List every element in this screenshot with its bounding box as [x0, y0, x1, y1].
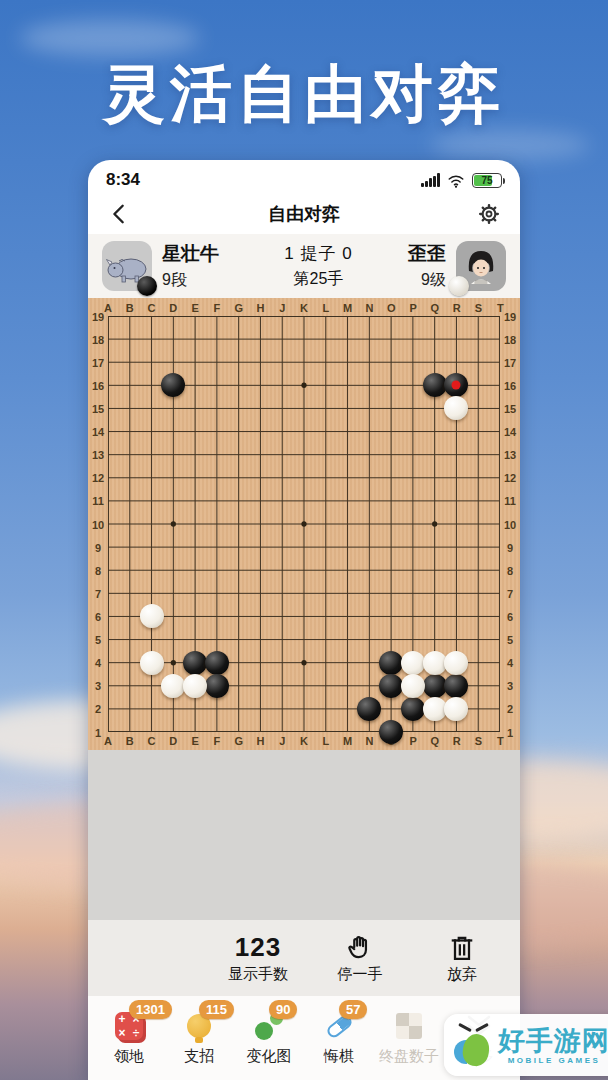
coord-label: J: [271, 300, 293, 316]
coord-label: K: [293, 300, 315, 316]
coord-label: 1: [89, 721, 107, 744]
stone-white-R2: [444, 697, 468, 721]
stone-white-C6: [140, 604, 164, 628]
board-col-labels-bottom: ABCDEFGHJKLMNOPQRST: [97, 733, 511, 749]
stone-white-C4: [140, 651, 164, 675]
toolbar-item-final-count: 终盘数子: [377, 1010, 441, 1066]
move-number: 第25手: [294, 269, 344, 290]
coord-label: S: [468, 300, 490, 316]
coord-label: R: [446, 300, 468, 316]
variation-diagram-icon: 90: [253, 1010, 285, 1042]
toolbar-label-variation: 变化图: [247, 1047, 292, 1066]
signal-icon: [421, 173, 440, 187]
white-player-rank: 9级: [408, 270, 446, 291]
coord-label: 14: [501, 421, 519, 444]
hand-icon: [346, 932, 374, 962]
board-lower-spacer: [88, 750, 520, 920]
coord-label: 4: [89, 652, 107, 675]
watermark-subtext: MOBILE GAMES: [508, 1056, 601, 1065]
hero-title: 灵活自由对弈: [0, 52, 608, 136]
player-bar: 星壮牛 9段 1 提子 0 第25手 歪歪 9级: [88, 234, 520, 298]
stone-black-Q16: [423, 373, 447, 397]
nav-bar: 自由对弈: [88, 194, 520, 234]
back-button[interactable]: [104, 199, 134, 229]
stone-black-Q3: [423, 674, 447, 698]
coord-label: K: [293, 733, 315, 749]
coord-label: 3: [89, 675, 107, 698]
coord-label: 10: [89, 513, 107, 536]
coord-label: 18: [89, 328, 107, 351]
stone-white-Q4: [423, 651, 447, 675]
trash-icon: [449, 932, 475, 962]
coord-label: 12: [89, 467, 107, 490]
coord-label: 3: [501, 675, 519, 698]
coord-label: P: [402, 300, 424, 316]
black-stone-badge: [137, 276, 157, 296]
cloud: [20, 20, 200, 56]
coord-label: 1: [501, 721, 519, 744]
pass-button[interactable]: 停一手: [328, 932, 392, 984]
coord-label: 15: [501, 397, 519, 420]
pass-label: 停一手: [338, 965, 383, 984]
page-title: 自由对弈: [88, 202, 520, 226]
stone-white-R15: [444, 396, 468, 420]
show-move-numbers-label: 显示手数: [228, 965, 288, 984]
coord-label: C: [141, 733, 163, 749]
badge-hint: 115: [199, 1000, 234, 1019]
coord-label: 7: [89, 582, 107, 605]
toolbar-item-territory[interactable]: +××÷1301领地: [97, 1010, 161, 1066]
move-numbers-icon: 123: [235, 932, 281, 962]
board-grid[interactable]: [108, 316, 500, 732]
coord-label: 2: [501, 698, 519, 721]
board-row-labels-left: 19181716151413121110987654321: [89, 305, 107, 744]
coord-label: 11: [501, 490, 519, 513]
stone-black-O3: [379, 674, 403, 698]
coord-label: D: [162, 733, 184, 749]
coord-label: B: [119, 300, 141, 316]
coord-label: 5: [501, 629, 519, 652]
coord-label: 11: [89, 490, 107, 513]
coord-label: N: [359, 733, 381, 749]
badge-undo: 57: [339, 1000, 367, 1019]
coord-label: 16: [501, 374, 519, 397]
stone-black-R3: [444, 674, 468, 698]
coord-label: N: [359, 300, 381, 316]
stone-white-R4: [444, 651, 468, 675]
coord-label: D: [162, 300, 184, 316]
coord-label: 8: [501, 559, 519, 582]
toolbar-label-territory: 领地: [114, 1047, 144, 1066]
coord-label: 12: [501, 467, 519, 490]
coord-label: 16: [89, 374, 107, 397]
stone-black-O1: [379, 720, 403, 744]
coord-label: E: [184, 300, 206, 316]
coord-label: 10: [501, 513, 519, 536]
white-player-avatar: [456, 241, 506, 291]
phone-frame: 8:34 75 自由对弈: [88, 160, 520, 1080]
hint-bulb-icon: 115: [183, 1010, 215, 1042]
coord-label: 8: [89, 559, 107, 582]
screenshot-stage: 灵活自由对弈 8:34 75: [0, 0, 608, 1080]
toolbar-item-undo[interactable]: 57悔棋: [307, 1010, 371, 1066]
stone-white-P4: [401, 651, 425, 675]
coord-label: 6: [89, 605, 107, 628]
stone-black-F3: [205, 674, 229, 698]
coord-label: 6: [501, 605, 519, 628]
coord-label: L: [315, 300, 337, 316]
coord-label: 9: [501, 536, 519, 559]
coord-label: C: [141, 300, 163, 316]
wifi-icon: [447, 173, 465, 188]
white-player-name: 歪歪: [408, 241, 446, 267]
coord-label: J: [271, 733, 293, 749]
stone-black-R16: [444, 373, 468, 397]
board-row-labels-right: 19181716151413121110987654321: [501, 305, 519, 744]
count-grid-icon: [393, 1010, 425, 1042]
toolbar-item-variation[interactable]: 90变化图: [237, 1010, 301, 1066]
coord-label: 4: [501, 652, 519, 675]
coord-label: O: [380, 300, 402, 316]
badge-variation: 90: [269, 1000, 297, 1019]
resign-label: 放弃: [447, 965, 477, 984]
board-col-labels-top: ABCDEFGHJKLMNOPQRST: [97, 300, 511, 316]
toolbar-label-final-count: 终盘数子: [379, 1047, 439, 1066]
coord-label: 15: [89, 397, 107, 420]
coord-label: 19: [89, 305, 107, 328]
toolbar-label-undo: 悔棋: [324, 1047, 354, 1066]
battery-percent: 75: [473, 175, 501, 186]
toolbar-item-hint[interactable]: 115支招: [167, 1010, 231, 1066]
coord-label: 9: [89, 536, 107, 559]
coord-label: 17: [501, 351, 519, 374]
coord-label: 14: [89, 421, 107, 444]
coord-label: G: [228, 733, 250, 749]
coord-label: 13: [89, 444, 107, 467]
resign-button[interactable]: 放弃: [430, 932, 494, 984]
stone-black-O4: [379, 651, 403, 675]
coord-label: B: [119, 733, 141, 749]
coord-label: P: [402, 733, 424, 749]
coord-label: 7: [501, 582, 519, 605]
action-row: 123 显示手数 停一手: [88, 920, 520, 996]
coord-label: L: [315, 733, 337, 749]
stone-white-D3: [161, 674, 185, 698]
coord-label: F: [206, 733, 228, 749]
stone-white-Q2: [423, 697, 447, 721]
watermark-logo-icon: [454, 1022, 494, 1068]
coord-label: E: [184, 733, 206, 749]
watermark-text: 好手游网: [498, 1026, 608, 1056]
captures-count: 1 提子 0: [284, 242, 352, 265]
coord-label: M: [337, 733, 359, 749]
stone-white-E3: [183, 674, 207, 698]
toolbar-label-hint: 支招: [184, 1047, 214, 1066]
black-player-rank: 9段: [162, 270, 219, 291]
coord-label: F: [206, 300, 228, 316]
coord-label: R: [446, 733, 468, 749]
coord-label: 19: [501, 305, 519, 328]
settings-gear-icon[interactable]: [474, 199, 504, 229]
stone-white-P3: [401, 674, 425, 698]
black-player-name: 星壮牛: [162, 241, 219, 267]
coord-label: 13: [501, 444, 519, 467]
badge-territory: 1301: [129, 1000, 172, 1019]
coord-label: H: [250, 733, 272, 749]
watermark: 好手游网 MOBILE GAMES: [444, 1014, 608, 1076]
coord-label: Q: [424, 733, 446, 749]
coord-label: M: [337, 300, 359, 316]
coord-label: 17: [89, 351, 107, 374]
stone-black-E4: [183, 651, 207, 675]
coord-label: 5: [89, 629, 107, 652]
black-player-avatar: [102, 241, 152, 291]
go-board[interactable]: ABCDEFGHJKLMNOPQRST ABCDEFGHJKLMNOPQRST …: [88, 298, 520, 750]
coord-label: 18: [501, 328, 519, 351]
coord-label: H: [250, 300, 272, 316]
stone-black-N2: [357, 697, 381, 721]
status-bar: 8:34 75: [88, 160, 520, 194]
territory-calculator-icon: +××÷1301: [113, 1010, 145, 1042]
undo-pill-icon: 57: [323, 1010, 355, 1042]
battery-icon: 75: [472, 173, 502, 188]
last-move-marker: [452, 381, 461, 390]
coord-label: 2: [89, 698, 107, 721]
coord-label: G: [228, 300, 250, 316]
stone-black-F4: [205, 651, 229, 675]
coord-label: S: [468, 733, 490, 749]
stone-black-P2: [401, 697, 425, 721]
coord-label: Q: [424, 300, 446, 316]
white-stone-badge: [449, 276, 469, 296]
clock: 8:34: [106, 170, 140, 190]
show-move-numbers-button[interactable]: 123 显示手数: [226, 932, 290, 984]
stone-black-D16: [161, 373, 185, 397]
